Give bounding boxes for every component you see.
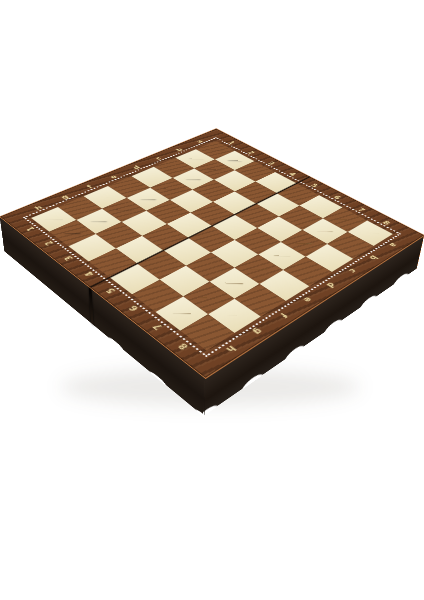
piece-dark-pawn: ♟ (49, 232, 96, 234)
piece-dark-bishop: ♝ (83, 196, 127, 198)
coordinate-label: e (288, 287, 326, 311)
product-photo-stage: 12345678 12345678 abcdefgh abcdefgh ♜♟♟♜… (0, 0, 424, 600)
coordinate-label: f (264, 302, 303, 328)
coordinate-label: b (355, 247, 392, 268)
piece-light-knight: ♞ (327, 244, 374, 246)
piece-dark-pawn: ♟ (172, 178, 214, 180)
piece-light-pawn: ♟ (183, 296, 235, 298)
piece-dark-pawn: ♟ (215, 159, 255, 161)
piece-light-rook: ♜ (180, 331, 235, 333)
piece-light-pawn: ♟ (302, 230, 348, 232)
piece-dark-pawn: ♟ (194, 169, 235, 171)
piece-light-pawn: ♟ (258, 255, 306, 257)
piece-dark-rook: ♜ (31, 218, 77, 220)
piece-dark-bishop: ♝ (153, 167, 194, 169)
piece-light-pawn: ♟ (234, 268, 283, 270)
piece-light-knight: ♞ (208, 314, 261, 316)
piece-dark-pawn: ♟ (150, 188, 193, 190)
piece-light-pawn: ♟ (323, 218, 368, 220)
coordinate-label: c (334, 260, 371, 282)
piece-dark-pawn: ♟ (102, 209, 147, 211)
piece-light-pawn: ♟ (209, 282, 260, 284)
chess-board: 12345678 12345678 abcdefgh abcdefgh ♜♟♟♜… (0, 129, 424, 378)
piece-light-pawn: ♟ (155, 312, 208, 314)
piece-dark-king: ♚ (131, 176, 173, 178)
coordinate-label: d (312, 273, 350, 296)
box-halves-gap (89, 287, 94, 325)
piece-dark-rook: ♜ (196, 149, 235, 151)
piece-light-king: ♚ (283, 270, 332, 272)
piece-light-pawn: ♟ (280, 242, 327, 244)
coordinate-label: a (375, 235, 411, 255)
piece-dark-pawn: ♟ (76, 220, 122, 222)
piece-light-bishop: ♝ (305, 257, 353, 259)
piece-dark-pawn: ♟ (126, 198, 170, 200)
square-f3 (122, 211, 167, 236)
piece-dark-queen: ♛ (108, 186, 151, 188)
chess-box: 12345678 12345678 abcdefgh abcdefgh ♜♟♟♜… (0, 129, 424, 378)
piece-dark-knight: ♞ (175, 158, 215, 160)
piece-light-queen: ♛ (259, 284, 310, 286)
piece-light-rook: ♜ (347, 232, 393, 234)
square-d6 (235, 228, 281, 255)
piece-light-bishop: ♝ (234, 299, 286, 301)
piece-dark-knight: ♞ (58, 207, 103, 209)
